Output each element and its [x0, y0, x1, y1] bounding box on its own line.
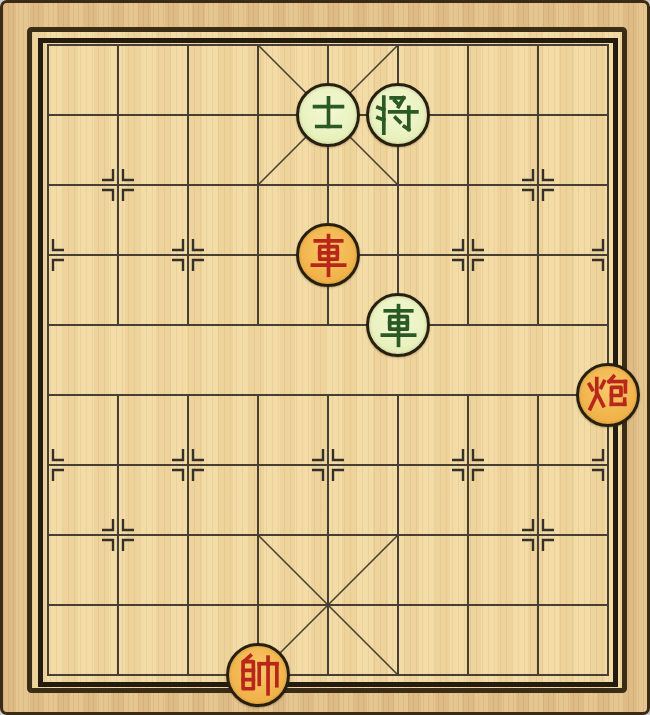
- intersection-h1: [503, 10, 573, 80]
- intersection-g9: [433, 570, 503, 640]
- intersection-c6: [153, 360, 223, 430]
- intersection-c10: [153, 640, 223, 710]
- intersection-d1: [223, 10, 293, 80]
- intersection-a10: [13, 640, 83, 710]
- piece-black-general[interactable]: 將: [366, 83, 430, 147]
- intersection-b8: [83, 500, 153, 570]
- intersection-g4: [433, 220, 503, 290]
- intersection-d7: [223, 430, 293, 500]
- intersection-g1: [433, 10, 503, 80]
- intersection-e3: [293, 150, 363, 220]
- intersection-g2: [433, 80, 503, 150]
- intersection-b9: [83, 570, 153, 640]
- black-advisor-glyph-icon: [305, 92, 352, 139]
- intersection-b10: [83, 640, 153, 710]
- intersection-g10: [433, 640, 503, 710]
- red-chariot-glyph-icon: [305, 232, 352, 279]
- intersection-a8: [13, 500, 83, 570]
- intersection-i5: [573, 290, 643, 360]
- intersection-b2: [83, 80, 153, 150]
- intersection-h4: [503, 220, 573, 290]
- intersection-h7: [503, 430, 573, 500]
- intersection-i1: [573, 10, 643, 80]
- intersection-f10: [363, 640, 433, 710]
- intersection-a2: [13, 80, 83, 150]
- piece-red-general[interactable]: 帥: [226, 643, 290, 707]
- intersection-e10: [293, 640, 363, 710]
- intersection-a1: [13, 10, 83, 80]
- intersection-e7: [293, 430, 363, 500]
- intersection-f6: [363, 360, 433, 430]
- intersection-i7: [573, 430, 643, 500]
- intersection-c2: [153, 80, 223, 150]
- intersection-f8: [363, 500, 433, 570]
- intersection-b4: [83, 220, 153, 290]
- xiangqi-app: 士將車車炮帥: [0, 0, 650, 715]
- intersection-c1: [153, 10, 223, 80]
- intersection-c7: [153, 430, 223, 500]
- intersection-c4: [153, 220, 223, 290]
- intersection-f2: 將: [363, 80, 433, 150]
- intersection-h9: [503, 570, 573, 640]
- intersection-a7: [13, 430, 83, 500]
- intersection-c5: [153, 290, 223, 360]
- intersection-e6: [293, 360, 363, 430]
- xiangqi-board: 士將車車炮帥: [13, 10, 643, 710]
- intersection-f4: [363, 220, 433, 290]
- intersection-i2: [573, 80, 643, 150]
- intersection-d9: [223, 570, 293, 640]
- intersection-f1: [363, 10, 433, 80]
- intersection-b1: [83, 10, 153, 80]
- black-general-glyph-icon: [375, 92, 422, 139]
- intersection-a5: [13, 290, 83, 360]
- intersection-g7: [433, 430, 503, 500]
- intersection-d5: [223, 290, 293, 360]
- intersection-h6: [503, 360, 573, 430]
- intersection-f9: [363, 570, 433, 640]
- intersection-i6: 炮: [573, 360, 643, 430]
- intersection-g5: [433, 290, 503, 360]
- intersection-h2: [503, 80, 573, 150]
- intersection-d4: [223, 220, 293, 290]
- intersection-b6: [83, 360, 153, 430]
- red-cannon-glyph-icon: [585, 372, 632, 419]
- black-chariot-glyph-icon: [375, 302, 422, 349]
- intersection-e1: [293, 10, 363, 80]
- intersection-g6: [433, 360, 503, 430]
- piece-red-cannon[interactable]: 炮: [576, 363, 640, 427]
- intersection-i10: [573, 640, 643, 710]
- intersection-h10: [503, 640, 573, 710]
- intersection-f7: [363, 430, 433, 500]
- intersection-e8: [293, 500, 363, 570]
- intersection-d2: [223, 80, 293, 150]
- intersection-a9: [13, 570, 83, 640]
- intersection-c8: [153, 500, 223, 570]
- red-general-glyph-icon: [235, 652, 282, 699]
- intersection-d8: [223, 500, 293, 570]
- intersection-f3: [363, 150, 433, 220]
- intersection-a6: [13, 360, 83, 430]
- intersection-a3: [13, 150, 83, 220]
- intersection-h8: [503, 500, 573, 570]
- intersection-b5: [83, 290, 153, 360]
- intersection-c9: [153, 570, 223, 640]
- intersection-e4: 車: [293, 220, 363, 290]
- intersection-d10: 帥: [223, 640, 293, 710]
- intersection-a4: [13, 220, 83, 290]
- intersection-e2: 士: [293, 80, 363, 150]
- intersection-i9: [573, 570, 643, 640]
- intersection-h3: [503, 150, 573, 220]
- piece-red-chariot[interactable]: 車: [296, 223, 360, 287]
- intersection-f5: 車: [363, 290, 433, 360]
- intersection-d6: [223, 360, 293, 430]
- intersection-g3: [433, 150, 503, 220]
- piece-black-chariot[interactable]: 車: [366, 293, 430, 357]
- intersection-i8: [573, 500, 643, 570]
- intersection-i3: [573, 150, 643, 220]
- piece-black-advisor[interactable]: 士: [296, 83, 360, 147]
- intersection-e9: [293, 570, 363, 640]
- intersection-e5: [293, 290, 363, 360]
- intersection-b3: [83, 150, 153, 220]
- intersection-i4: [573, 220, 643, 290]
- intersection-h5: [503, 290, 573, 360]
- intersection-c3: [153, 150, 223, 220]
- intersection-d3: [223, 150, 293, 220]
- intersection-b7: [83, 430, 153, 500]
- intersection-g8: [433, 500, 503, 570]
